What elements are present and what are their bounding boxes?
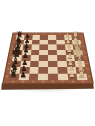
board-square xyxy=(38,73,48,80)
board-square xyxy=(57,73,67,80)
board-square xyxy=(76,73,87,80)
file-label: F xyxy=(57,80,67,83)
board-square xyxy=(8,73,19,80)
board-square xyxy=(28,73,38,80)
file-label: E xyxy=(48,80,58,83)
board-square xyxy=(67,73,77,80)
file-label: H xyxy=(77,80,87,83)
chess-board: ABCDEFGH ABCDEFGH 12345678 12345678 xyxy=(2,33,94,84)
file-label: C xyxy=(27,80,37,83)
file-label: B xyxy=(17,80,27,83)
board-grid xyxy=(8,35,87,80)
board-square xyxy=(48,73,58,80)
file-label: G xyxy=(67,80,77,83)
file-label: D xyxy=(37,80,47,83)
board-frame: ABCDEFGH ABCDEFGH 12345678 12345678 xyxy=(2,33,94,84)
product-photo: ABCDEFGH ABCDEFGH 12345678 12345678 ♜♞♝♛… xyxy=(0,0,95,126)
file-labels-bottom: ABCDEFGH xyxy=(7,80,87,83)
board-square xyxy=(18,73,28,80)
file-label: A xyxy=(7,80,17,83)
